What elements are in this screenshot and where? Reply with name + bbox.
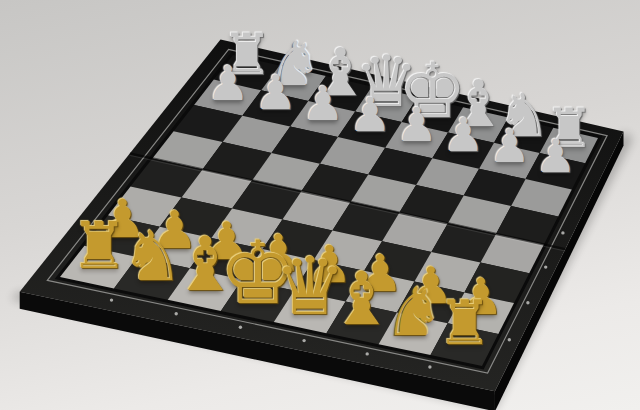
chess-piece-silver-bishop-c8: ♝ [311, 40, 370, 106]
chess-piece-gold-king-d1: ♚ [219, 229, 297, 316]
chess-piece-silver-pawn-c7: ♟ [302, 80, 345, 127]
chess-piece-gold-knight-b1: ♞ [121, 221, 183, 291]
chess-piece-gold-pawn-a2: ♟ [99, 193, 146, 246]
chess-piece-gold-pawn-g2: ♟ [408, 261, 453, 312]
chess-piece-gold-knight-g1: ♞ [383, 278, 443, 345]
chess-piece-gold-bishop-f1: ♝ [329, 263, 394, 336]
chess-piece-gold-pawn-b2: ♟ [151, 205, 198, 257]
chess-piece-silver-queen-d8: ♛ [355, 46, 419, 117]
chess-piece-silver-rook-a8: ♜ [222, 26, 273, 83]
chess-pieces-layer: ♜♞♝♛♚♝♞♜♟♟♟♟♟♟♟♟♟♟♟♟♟♟♟♟♜♞♝♚♛♝♞♜ [0, 0, 640, 410]
chess-piece-silver-pawn-e7: ♟ [396, 102, 438, 149]
chess-piece-silver-pawn-f7: ♟ [443, 112, 485, 159]
chess-piece-silver-pawn-h7: ♟ [535, 133, 576, 179]
chess-piece-gold-rook-a1: ♜ [70, 214, 128, 278]
chess-piece-silver-bishop-f8: ♝ [449, 72, 507, 137]
chess-piece-gold-queen-e1: ♛ [274, 246, 346, 326]
chess-piece-silver-pawn-g7: ♟ [489, 123, 531, 169]
chess-piece-gold-pawn-e2: ♟ [307, 239, 353, 290]
chess-piece-gold-pawn-h2: ♟ [459, 272, 504, 322]
chess-set-photo-scene: ♜♞♝♛♚♝♞♜♟♟♟♟♟♟♟♟♟♟♟♟♟♟♟♟♜♞♝♚♛♝♞♜ [0, 0, 640, 410]
chess-piece-silver-pawn-d7: ♟ [349, 91, 391, 138]
chess-piece-silver-pawn-a7: ♟ [206, 58, 249, 106]
chess-piece-silver-knight-g8: ♞ [497, 86, 550, 145]
chess-piece-gold-pawn-d2: ♟ [255, 227, 301, 279]
chess-piece-silver-knight-b8: ♞ [266, 33, 321, 94]
chess-piece-gold-bishop-c1: ♝ [172, 228, 239, 302]
chess-piece-silver-king-e8: ♚ [399, 52, 467, 128]
chess-piece-silver-pawn-b7: ♟ [254, 69, 297, 117]
chess-piece-gold-pawn-c2: ♟ [203, 216, 250, 268]
chess-piece-silver-rook-h8: ♜ [545, 101, 594, 156]
chess-piece-gold-pawn-f2: ♟ [358, 250, 404, 301]
chess-piece-gold-rook-h1: ♜ [437, 294, 492, 356]
